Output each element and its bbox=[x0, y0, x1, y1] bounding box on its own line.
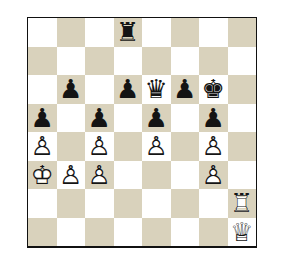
square-b1[interactable] bbox=[57, 218, 86, 247]
black-queen: ♛ bbox=[142, 75, 171, 104]
black-pawn: ♟ bbox=[28, 104, 57, 133]
square-f2[interactable] bbox=[171, 189, 200, 218]
white-rook: ♖ bbox=[228, 189, 257, 218]
square-g5[interactable]: ♟ bbox=[199, 104, 228, 133]
square-a6[interactable] bbox=[28, 75, 57, 104]
white-pawn-fill: ♟ bbox=[57, 161, 86, 190]
black-pawn: ♟ bbox=[85, 104, 114, 133]
square-b3[interactable]: ♟♙ bbox=[57, 161, 86, 190]
square-a5[interactable]: ♟ bbox=[28, 104, 57, 133]
white-king-fill: ♚ bbox=[28, 161, 57, 190]
black-pawn: ♟ bbox=[199, 104, 228, 133]
square-f1[interactable] bbox=[171, 218, 200, 247]
square-h3[interactable] bbox=[228, 161, 257, 190]
square-g7[interactable] bbox=[199, 47, 228, 76]
square-f6[interactable]: ♟ bbox=[171, 75, 200, 104]
black-rook: ♜ bbox=[114, 18, 143, 47]
chess-board: ♜♟♟♛♟♚♟♟♟♟♟♙♟♙♟♙♟♙♚♔♟♙♟♙♟♙♜♖♛♕ bbox=[27, 17, 257, 248]
square-a3[interactable]: ♚♔ bbox=[28, 161, 57, 190]
square-b5[interactable] bbox=[57, 104, 86, 133]
square-g3[interactable]: ♟♙ bbox=[199, 161, 228, 190]
square-g2[interactable] bbox=[199, 189, 228, 218]
square-a2[interactable] bbox=[28, 189, 57, 218]
white-pawn: ♙ bbox=[142, 132, 171, 161]
square-a8[interactable] bbox=[28, 18, 57, 47]
page: ♜♟♟♛♟♚♟♟♟♟♟♙♟♙♟♙♟♙♚♔♟♙♟♙♟♙♜♖♛♕ bbox=[0, 0, 282, 258]
square-f8[interactable] bbox=[171, 18, 200, 47]
square-c7[interactable] bbox=[85, 47, 114, 76]
square-h2[interactable]: ♜♖ bbox=[228, 189, 257, 218]
square-d3[interactable] bbox=[114, 161, 143, 190]
white-pawn: ♙ bbox=[28, 132, 57, 161]
white-pawn: ♙ bbox=[85, 132, 114, 161]
square-b6[interactable]: ♟ bbox=[57, 75, 86, 104]
square-d5[interactable] bbox=[114, 104, 143, 133]
square-e1[interactable] bbox=[142, 218, 171, 247]
square-h1[interactable]: ♛♕ bbox=[228, 218, 257, 247]
white-pawn: ♙ bbox=[199, 161, 228, 190]
square-d6[interactable]: ♟ bbox=[114, 75, 143, 104]
black-pawn: ♟ bbox=[171, 75, 200, 104]
white-king: ♔ bbox=[28, 161, 57, 190]
square-e3[interactable] bbox=[142, 161, 171, 190]
square-a7[interactable] bbox=[28, 47, 57, 76]
square-g8[interactable] bbox=[199, 18, 228, 47]
square-c6[interactable] bbox=[85, 75, 114, 104]
square-c3[interactable]: ♟♙ bbox=[85, 161, 114, 190]
white-pawn-fill: ♟ bbox=[199, 132, 228, 161]
square-d8[interactable]: ♜ bbox=[114, 18, 143, 47]
square-b4[interactable] bbox=[57, 132, 86, 161]
square-h5[interactable] bbox=[228, 104, 257, 133]
white-rook-fill: ♜ bbox=[228, 189, 257, 218]
square-h6[interactable] bbox=[228, 75, 257, 104]
square-e2[interactable] bbox=[142, 189, 171, 218]
square-e4[interactable]: ♟♙ bbox=[142, 132, 171, 161]
black-king: ♚ bbox=[199, 75, 228, 104]
square-a1[interactable] bbox=[28, 218, 57, 247]
square-a4[interactable]: ♟♙ bbox=[28, 132, 57, 161]
black-pawn: ♟ bbox=[57, 75, 86, 104]
white-pawn: ♙ bbox=[85, 161, 114, 190]
square-c5[interactable]: ♟ bbox=[85, 104, 114, 133]
white-pawn-fill: ♟ bbox=[199, 161, 228, 190]
white-pawn: ♙ bbox=[199, 132, 228, 161]
square-f3[interactable] bbox=[171, 161, 200, 190]
square-e8[interactable] bbox=[142, 18, 171, 47]
white-pawn-fill: ♟ bbox=[28, 132, 57, 161]
square-h4[interactable] bbox=[228, 132, 257, 161]
square-h7[interactable] bbox=[228, 47, 257, 76]
white-queen-fill: ♛ bbox=[228, 218, 257, 247]
square-c4[interactable]: ♟♙ bbox=[85, 132, 114, 161]
black-pawn: ♟ bbox=[142, 104, 171, 133]
square-d4[interactable] bbox=[114, 132, 143, 161]
square-b7[interactable] bbox=[57, 47, 86, 76]
square-e5[interactable]: ♟ bbox=[142, 104, 171, 133]
square-g1[interactable] bbox=[199, 218, 228, 247]
white-pawn: ♙ bbox=[57, 161, 86, 190]
square-d2[interactable] bbox=[114, 189, 143, 218]
white-pawn-fill: ♟ bbox=[142, 132, 171, 161]
black-pawn: ♟ bbox=[114, 75, 143, 104]
square-g4[interactable]: ♟♙ bbox=[199, 132, 228, 161]
square-d1[interactable] bbox=[114, 218, 143, 247]
white-pawn-fill: ♟ bbox=[85, 161, 114, 190]
square-c1[interactable] bbox=[85, 218, 114, 247]
square-f4[interactable] bbox=[171, 132, 200, 161]
square-e7[interactable] bbox=[142, 47, 171, 76]
square-f7[interactable] bbox=[171, 47, 200, 76]
square-f5[interactable] bbox=[171, 104, 200, 133]
square-c8[interactable] bbox=[85, 18, 114, 47]
white-pawn-fill: ♟ bbox=[85, 132, 114, 161]
square-d7[interactable] bbox=[114, 47, 143, 76]
square-e6[interactable]: ♛ bbox=[142, 75, 171, 104]
square-g6[interactable]: ♚ bbox=[199, 75, 228, 104]
white-queen: ♕ bbox=[228, 218, 257, 247]
square-c2[interactable] bbox=[85, 189, 114, 218]
square-b8[interactable] bbox=[57, 18, 86, 47]
square-h8[interactable] bbox=[228, 18, 257, 47]
square-b2[interactable] bbox=[57, 189, 86, 218]
